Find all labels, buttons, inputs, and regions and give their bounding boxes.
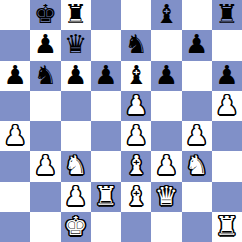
square-e4[interactable]: ♟ [121, 121, 151, 151]
white-pawn-piece[interactable]: ♟ [124, 122, 147, 148]
square-f2[interactable]: ♛ [151, 182, 181, 212]
white-rook-piece[interactable]: ♜ [94, 183, 117, 209]
square-b6[interactable]: ♞ [30, 61, 60, 91]
black-pawn-piece[interactable]: ♟ [215, 62, 238, 88]
square-e6[interactable]: ♝ [121, 61, 151, 91]
black-bishop-piece[interactable]: ♝ [155, 1, 178, 27]
black-knight-piece[interactable]: ♞ [34, 62, 57, 88]
square-e1[interactable] [121, 212, 151, 242]
square-d2[interactable]: ♜ [91, 182, 121, 212]
square-f8[interactable]: ♝ [151, 0, 181, 30]
square-b5[interactable] [30, 91, 60, 121]
square-c7[interactable]: ♛ [61, 30, 91, 60]
square-b1[interactable] [30, 212, 60, 242]
square-c1[interactable]: ♚ [61, 212, 91, 242]
square-c2[interactable]: ♟ [61, 182, 91, 212]
black-pawn-piece[interactable]: ♟ [94, 62, 117, 88]
square-e2[interactable]: ♝ [121, 182, 151, 212]
black-pawn-piece[interactable]: ♟ [64, 62, 87, 88]
white-pawn-piece[interactable]: ♟ [215, 92, 238, 118]
square-h1[interactable]: ♜ [212, 212, 242, 242]
square-b2[interactable] [30, 182, 60, 212]
white-rook-piece[interactable]: ♜ [215, 213, 238, 239]
square-a7[interactable] [0, 30, 30, 60]
square-f4[interactable] [151, 121, 181, 151]
black-pawn-piece[interactable]: ♟ [155, 62, 178, 88]
square-a6[interactable]: ♟ [0, 61, 30, 91]
square-e3[interactable]: ♝ [121, 151, 151, 181]
black-pawn-piece[interactable]: ♟ [185, 31, 208, 57]
black-pawn-piece[interactable]: ♟ [3, 62, 26, 88]
square-e5[interactable]: ♟ [121, 91, 151, 121]
square-c6[interactable]: ♟ [61, 61, 91, 91]
square-c8[interactable]: ♜ [61, 0, 91, 30]
white-pawn-piece[interactable]: ♟ [155, 152, 178, 178]
black-knight-piece[interactable]: ♞ [124, 31, 147, 57]
square-f5[interactable] [151, 91, 181, 121]
chess-board: ♚♜♝♜♟♛♞♟♟♞♟♟♝♟♟♟♟♟♟♟♟♞♝♟♞♟♜♝♛♚♜ [0, 0, 242, 242]
square-b4[interactable] [30, 121, 60, 151]
square-h3[interactable] [212, 151, 242, 181]
square-d4[interactable] [91, 121, 121, 151]
square-c3[interactable]: ♞ [61, 151, 91, 181]
white-bishop-piece[interactable]: ♝ [124, 152, 147, 178]
square-h8[interactable]: ♜ [212, 0, 242, 30]
square-b7[interactable]: ♟ [30, 30, 60, 60]
white-bishop-piece[interactable]: ♝ [124, 183, 147, 209]
black-king-piece[interactable]: ♚ [34, 1, 57, 27]
square-f6[interactable]: ♟ [151, 61, 181, 91]
square-g6[interactable] [182, 61, 212, 91]
square-b8[interactable]: ♚ [30, 0, 60, 30]
square-e8[interactable] [121, 0, 151, 30]
square-f3[interactable]: ♟ [151, 151, 181, 181]
black-queen-piece[interactable]: ♛ [64, 31, 87, 57]
square-h4[interactable] [212, 121, 242, 151]
square-g8[interactable] [182, 0, 212, 30]
square-h7[interactable] [212, 30, 242, 60]
square-d1[interactable] [91, 212, 121, 242]
black-rook-piece[interactable]: ♜ [64, 1, 87, 27]
white-queen-piece[interactable]: ♛ [155, 183, 178, 209]
square-g4[interactable]: ♟ [182, 121, 212, 151]
square-h2[interactable] [212, 182, 242, 212]
square-d5[interactable] [91, 91, 121, 121]
white-king-piece[interactable]: ♚ [64, 213, 87, 239]
black-bishop-piece[interactable]: ♝ [124, 62, 147, 88]
square-g1[interactable] [182, 212, 212, 242]
square-c4[interactable] [61, 121, 91, 151]
square-h6[interactable]: ♟ [212, 61, 242, 91]
square-g2[interactable] [182, 182, 212, 212]
square-h5[interactable]: ♟ [212, 91, 242, 121]
square-a4[interactable]: ♟ [0, 121, 30, 151]
square-g5[interactable] [182, 91, 212, 121]
white-pawn-piece[interactable]: ♟ [3, 122, 26, 148]
white-knight-piece[interactable]: ♞ [64, 152, 87, 178]
white-pawn-piece[interactable]: ♟ [34, 152, 57, 178]
square-d3[interactable] [91, 151, 121, 181]
square-a8[interactable] [0, 0, 30, 30]
white-pawn-piece[interactable]: ♟ [185, 122, 208, 148]
white-pawn-piece[interactable]: ♟ [64, 183, 87, 209]
square-f1[interactable] [151, 212, 181, 242]
square-g7[interactable]: ♟ [182, 30, 212, 60]
white-pawn-piece[interactable]: ♟ [124, 92, 147, 118]
white-knight-piece[interactable]: ♞ [185, 152, 208, 178]
square-b3[interactable]: ♟ [30, 151, 60, 181]
square-d8[interactable] [91, 0, 121, 30]
square-a5[interactable] [0, 91, 30, 121]
square-a3[interactable] [0, 151, 30, 181]
square-a1[interactable] [0, 212, 30, 242]
black-pawn-piece[interactable]: ♟ [34, 31, 57, 57]
square-e7[interactable]: ♞ [121, 30, 151, 60]
black-rook-piece[interactable]: ♜ [215, 1, 238, 27]
square-g3[interactable]: ♞ [182, 151, 212, 181]
square-a2[interactable] [0, 182, 30, 212]
square-c5[interactable] [61, 91, 91, 121]
square-d7[interactable] [91, 30, 121, 60]
square-d6[interactable]: ♟ [91, 61, 121, 91]
square-f7[interactable] [151, 30, 181, 60]
